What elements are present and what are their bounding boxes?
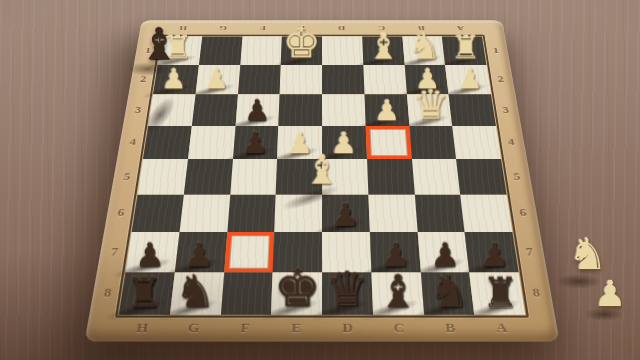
square-d1[interactable]: [322, 36, 363, 64]
file-label-bottom-h: H: [115, 315, 170, 342]
piece-black-P-f4[interactable]: ♟: [241, 128, 268, 158]
square-d8[interactable]: ♛: [322, 272, 373, 315]
piece-white-bishop-animating-c4-f7[interactable]: ♝: [304, 148, 341, 189]
square-h5[interactable]: [138, 159, 188, 194]
square-a2[interactable]: ♟: [445, 65, 491, 95]
file-label-top-f: F: [242, 20, 283, 36]
rank-label-left-5: 5: [111, 159, 143, 194]
piece-black-N-g8[interactable]: ♞: [175, 268, 216, 313]
square-b8[interactable]: ♞: [420, 272, 474, 315]
square-g3[interactable]: [192, 94, 238, 125]
square-e2[interactable]: [280, 65, 322, 95]
piece-black-B-c8[interactable]: ♝: [378, 268, 419, 313]
square-a7[interactable]: ♟: [465, 232, 519, 272]
square-e1[interactable]: ♚: [281, 36, 322, 64]
piece-white-K-e1[interactable]: ♚: [283, 22, 321, 64]
square-c1[interactable]: ♝: [362, 36, 404, 64]
square-f7[interactable]: [224, 232, 275, 272]
square-f4[interactable]: ♟: [233, 126, 279, 159]
square-e8[interactable]: ♚: [271, 272, 322, 315]
square-h2[interactable]: ♟: [153, 65, 199, 95]
square-g5[interactable]: [184, 159, 233, 194]
rank-label-right-6: 6: [506, 194, 539, 232]
piece-black-R-h8[interactable]: ♜: [126, 273, 163, 314]
square-h6[interactable]: [132, 194, 184, 232]
square-e6[interactable]: [274, 194, 322, 232]
piece-white-P-a2[interactable]: ♟: [457, 65, 482, 93]
rank-label-right-1: 1: [482, 36, 510, 64]
square-e3[interactable]: [279, 94, 322, 125]
file-label-bottom-a: A: [474, 315, 529, 342]
square-c8[interactable]: ♝: [371, 272, 423, 315]
piece-black-P-f3[interactable]: ♟: [244, 96, 270, 125]
square-b1[interactable]: ♞: [402, 36, 445, 64]
frame-corner: [525, 315, 559, 342]
square-b5[interactable]: [412, 159, 461, 194]
rank-label-left-6: 6: [104, 194, 137, 232]
square-f2[interactable]: [238, 65, 281, 95]
rank-label-right-4: 4: [496, 126, 527, 159]
piece-white-P-h2[interactable]: ♟: [162, 65, 187, 93]
file-label-bottom-b: B: [424, 315, 478, 342]
frame-corner: [85, 315, 119, 342]
square-g8[interactable]: ♞: [170, 272, 224, 315]
square-h7[interactable]: ♟: [125, 232, 179, 272]
square-g1[interactable]: [199, 36, 242, 64]
piece-white-N-b1[interactable]: ♞: [408, 27, 441, 64]
square-a6[interactable]: [460, 194, 512, 232]
piece-white-R-a1[interactable]: ♜: [451, 31, 481, 64]
captured-black-bishop: ♝: [139, 22, 178, 66]
rank-label-right-2: 2: [486, 65, 515, 95]
square-f5[interactable]: [230, 159, 277, 194]
square-c4[interactable]: [365, 126, 411, 159]
square-c5[interactable]: [367, 159, 414, 194]
piece-white-Q-b3[interactable]: ♛: [412, 84, 449, 125]
square-c2[interactable]: [363, 65, 406, 95]
square-a1[interactable]: ♜: [442, 36, 486, 64]
square-d2[interactable]: [322, 65, 364, 95]
square-d6[interactable]: ♟: [322, 194, 370, 232]
square-b6[interactable]: [414, 194, 465, 232]
piece-black-K-e8[interactable]: ♚: [273, 261, 320, 313]
file-label-top-g: G: [202, 20, 243, 36]
piece-black-P-h7[interactable]: ♟: [135, 238, 165, 271]
file-label-bottom-d: D: [322, 315, 374, 342]
piece-white-P-c3[interactable]: ♟: [374, 96, 400, 125]
square-c6[interactable]: [368, 194, 417, 232]
rank-label-left-3: 3: [123, 94, 153, 125]
captured-white-knight: ♞: [568, 232, 607, 276]
piece-black-Q-d8[interactable]: ♛: [326, 266, 369, 314]
piece-black-P-a7[interactable]: ♟: [479, 238, 509, 271]
frame-corner: [479, 20, 505, 36]
captured-white-pawn: ♟: [594, 276, 626, 312]
square-h3[interactable]: [148, 94, 195, 125]
file-label-bottom-c: C: [373, 315, 426, 342]
square-a3[interactable]: [449, 94, 496, 125]
square-f3[interactable]: ♟: [235, 94, 280, 125]
file-label-bottom-f: F: [218, 315, 271, 342]
square-g4[interactable]: [188, 126, 235, 159]
square-b4[interactable]: [409, 126, 456, 159]
file-label-bottom-e: E: [270, 315, 322, 342]
square-a5[interactable]: [456, 159, 506, 194]
square-a4[interactable]: [452, 126, 501, 159]
square-b3[interactable]: ♛: [406, 94, 452, 125]
square-d3[interactable]: [322, 94, 365, 125]
file-label-bottom-g: G: [166, 315, 220, 342]
square-f8[interactable]: [220, 272, 272, 315]
piece-black-P-d6[interactable]: ♟: [331, 199, 360, 231]
square-a8[interactable]: ♜: [469, 272, 525, 315]
rank-label-right-5: 5: [501, 159, 533, 194]
rank-label-right-3: 3: [491, 94, 521, 125]
piece-white-P-g2[interactable]: ♟: [204, 65, 229, 93]
square-g2[interactable]: ♟: [195, 65, 240, 95]
piece-black-R-a8[interactable]: ♜: [481, 273, 518, 314]
square-c3[interactable]: ♟: [364, 94, 409, 125]
piece-black-N-b8[interactable]: ♞: [429, 268, 470, 313]
square-f6[interactable]: [227, 194, 276, 232]
square-h8[interactable]: ♜: [119, 272, 175, 315]
square-f1[interactable]: [240, 36, 282, 64]
square-g6[interactable]: [179, 194, 230, 232]
square-h4[interactable]: [143, 126, 192, 159]
piece-white-B-c1[interactable]: ♝: [367, 27, 400, 64]
file-label-top-d: D: [322, 20, 362, 36]
chess-scene: HGFEDCBA1♜♚♝♞♜12♟♟♟♟23♟♟♛34♟♟♟4556♟67♟♟♟…: [0, 0, 640, 360]
